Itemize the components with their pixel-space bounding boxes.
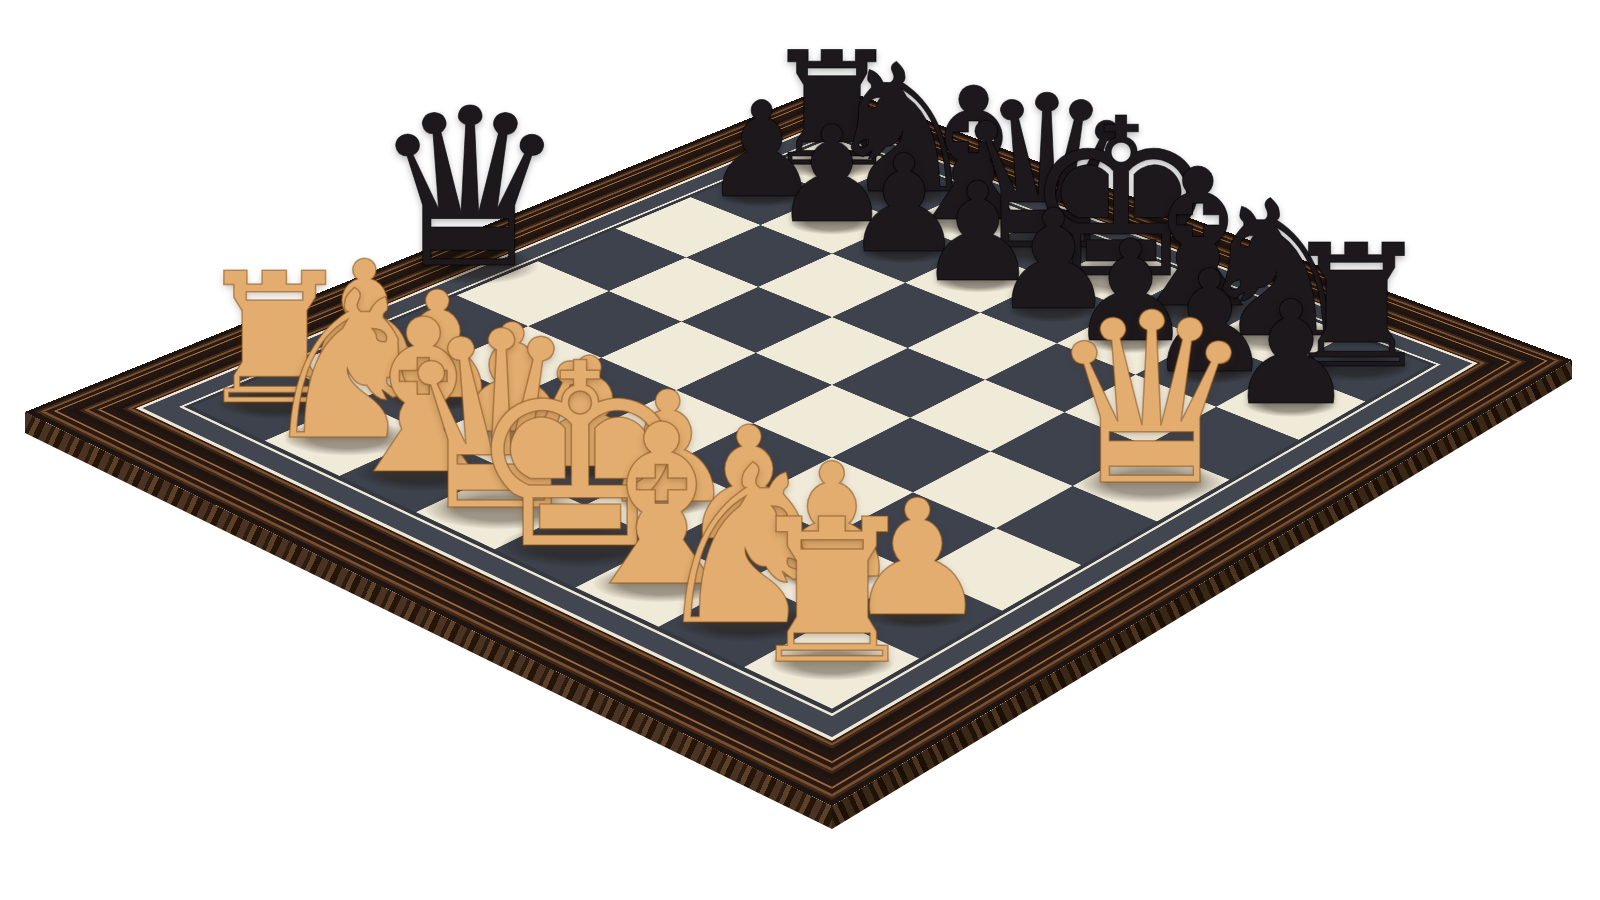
chess-board bbox=[25, 85, 1572, 806]
board-squares bbox=[192, 138, 1429, 709]
product-photo-stage: ♜♞♝♛♚♝♞♜♟♟♟♟♟♟♟♟♛♜♞♝♛♚♝♞♜♟♟♟♟♟♟♟♟♛ bbox=[0, 0, 1600, 900]
